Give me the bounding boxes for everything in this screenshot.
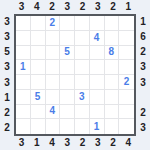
bottom-clues: 31432324 xyxy=(14,136,136,150)
cell-r8c2[interactable] xyxy=(31,119,46,134)
given-number: 5 xyxy=(35,92,41,102)
cell-r1c1[interactable] xyxy=(16,16,31,31)
skyscrapers-puzzle: 34232321 33533122 2458125341 1623323 314… xyxy=(0,0,150,150)
clue-right-4: 3 xyxy=(136,60,150,75)
cell-r4c6[interactable] xyxy=(90,60,105,75)
cell-r5c8[interactable]: 2 xyxy=(119,75,134,90)
cell-r1c5[interactable] xyxy=(75,16,90,31)
clue-top-2: 4 xyxy=(29,0,44,14)
cell-r6c7[interactable] xyxy=(105,90,120,105)
cell-r8c7[interactable] xyxy=(105,119,120,134)
cell-r2c2[interactable] xyxy=(31,31,46,46)
cell-r7c1[interactable] xyxy=(16,105,31,120)
cell-r7c2[interactable] xyxy=(31,105,46,120)
clue-top-8: 1 xyxy=(121,0,136,14)
given-number: 4 xyxy=(94,33,100,43)
cell-r4c5[interactable] xyxy=(75,60,90,75)
clue-top-6: 3 xyxy=(90,0,105,14)
right-clues: 1623323 xyxy=(136,14,150,136)
cell-r7c3[interactable]: 4 xyxy=(46,105,61,120)
cell-r3c6[interactable] xyxy=(90,46,105,61)
clue-right-3: 2 xyxy=(136,45,150,60)
cell-r2c7[interactable] xyxy=(105,31,120,46)
clue-right-6 xyxy=(136,90,150,105)
given-number: 2 xyxy=(124,77,130,87)
cell-r1c6[interactable] xyxy=(90,16,105,31)
cell-r2c3[interactable] xyxy=(46,31,61,46)
given-number: 1 xyxy=(94,122,100,132)
cell-r5c6[interactable] xyxy=(90,75,105,90)
cell-r8c8[interactable] xyxy=(119,119,134,134)
cell-r3c8[interactable] xyxy=(119,46,134,61)
cell-r1c3[interactable]: 2 xyxy=(46,16,61,31)
cell-r2c5[interactable] xyxy=(75,31,90,46)
clue-top-4: 3 xyxy=(60,0,75,14)
clue-right-8: 3 xyxy=(136,121,150,136)
clue-left-5: 3 xyxy=(0,75,14,90)
clue-right-2: 6 xyxy=(136,29,150,44)
clue-right-1: 1 xyxy=(136,14,150,29)
given-number: 5 xyxy=(64,47,70,57)
clue-top-1: 3 xyxy=(14,0,29,14)
clue-top-7: 2 xyxy=(106,0,121,14)
clue-bottom-1: 3 xyxy=(14,136,29,150)
cell-r4c3[interactable] xyxy=(46,60,61,75)
clue-left-6: 1 xyxy=(0,90,14,105)
cell-r5c4[interactable] xyxy=(60,75,75,90)
clue-bottom-5: 2 xyxy=(75,136,90,150)
clue-bottom-3: 4 xyxy=(45,136,60,150)
cell-r1c8[interactable] xyxy=(119,16,134,31)
cell-r8c3[interactable] xyxy=(46,119,61,134)
cell-r2c4[interactable] xyxy=(60,31,75,46)
cell-r5c7[interactable] xyxy=(105,75,120,90)
cell-r6c3[interactable] xyxy=(46,90,61,105)
clue-bottom-2: 1 xyxy=(29,136,44,150)
clue-bottom-8: 4 xyxy=(121,136,136,150)
cell-r3c3[interactable] xyxy=(46,46,61,61)
cell-r6c8[interactable] xyxy=(119,90,134,105)
cell-r2c8[interactable] xyxy=(119,31,134,46)
clue-top-5: 2 xyxy=(75,0,90,14)
cell-r8c5[interactable] xyxy=(75,119,90,134)
cell-r4c1[interactable]: 1 xyxy=(16,60,31,75)
cell-r4c4[interactable] xyxy=(60,60,75,75)
clue-right-5: 3 xyxy=(136,75,150,90)
given-number: 8 xyxy=(109,47,115,57)
cell-r7c4[interactable] xyxy=(60,105,75,120)
clue-left-4: 3 xyxy=(0,60,14,75)
cell-r5c2[interactable] xyxy=(31,75,46,90)
clue-bottom-6: 3 xyxy=(90,136,105,150)
cell-r4c8[interactable] xyxy=(119,60,134,75)
top-clues: 34232321 xyxy=(14,0,136,14)
cell-r6c1[interactable] xyxy=(16,90,31,105)
cell-r5c5[interactable] xyxy=(75,75,90,90)
cell-r2c6[interactable]: 4 xyxy=(90,31,105,46)
cell-r6c2[interactable]: 5 xyxy=(31,90,46,105)
clue-right-7: 2 xyxy=(136,106,150,121)
clue-left-3: 5 xyxy=(0,45,14,60)
given-number: 1 xyxy=(20,62,26,72)
cell-r3c7[interactable]: 8 xyxy=(105,46,120,61)
clue-left-7: 2 xyxy=(0,106,14,121)
clue-bottom-4: 3 xyxy=(60,136,75,150)
cell-r3c4[interactable]: 5 xyxy=(60,46,75,61)
cell-r6c5[interactable]: 3 xyxy=(75,90,90,105)
cell-r6c6[interactable] xyxy=(90,90,105,105)
clue-left-8: 2 xyxy=(0,121,14,136)
cell-r3c2[interactable] xyxy=(31,46,46,61)
cell-r8c6[interactable]: 1 xyxy=(90,119,105,134)
cell-r5c3[interactable] xyxy=(46,75,61,90)
cell-r1c4[interactable] xyxy=(60,16,75,31)
cell-r7c5[interactable] xyxy=(75,105,90,120)
cell-r8c4[interactable] xyxy=(60,119,75,134)
given-number: 3 xyxy=(79,92,85,102)
cell-r2c1[interactable] xyxy=(16,31,31,46)
given-number: 2 xyxy=(50,18,56,28)
cell-r8c1[interactable] xyxy=(16,119,31,134)
clue-top-3: 2 xyxy=(45,0,60,14)
cell-r1c2[interactable] xyxy=(31,16,46,31)
left-clues: 33533122 xyxy=(0,14,14,136)
cell-r7c8[interactable] xyxy=(119,105,134,120)
cell-r1c7[interactable] xyxy=(105,16,120,31)
cell-r4c7[interactable] xyxy=(105,60,120,75)
cell-r7c7[interactable] xyxy=(105,105,120,120)
cell-r3c1[interactable] xyxy=(16,46,31,61)
given-number: 4 xyxy=(50,106,56,116)
clue-bottom-7: 2 xyxy=(106,136,121,150)
cell-r4c2[interactable] xyxy=(31,60,46,75)
clue-left-1: 3 xyxy=(0,14,14,29)
clue-left-2: 3 xyxy=(0,29,14,44)
cell-r3c5[interactable] xyxy=(75,46,90,61)
cell-r6c4[interactable] xyxy=(60,90,75,105)
cell-r7c6[interactable] xyxy=(90,105,105,120)
cell-r5c1[interactable] xyxy=(16,75,31,90)
board: 2458125341 xyxy=(14,14,136,136)
